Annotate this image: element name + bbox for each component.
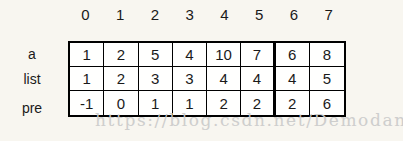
array-table: 12541076812334445-10112226 — [68, 41, 346, 117]
row-label: a — [10, 41, 54, 66]
table-cell: 5 — [310, 67, 344, 91]
column-index: 3 — [172, 6, 207, 24]
table-cell: 3 — [139, 67, 173, 91]
column-index: 1 — [103, 6, 138, 24]
column-index: 2 — [138, 6, 173, 24]
table-cell: 5 — [139, 43, 173, 67]
column-index: 0 — [68, 6, 103, 24]
table-cell: 1 — [70, 67, 104, 91]
table-cell: 3 — [173, 67, 207, 91]
table-cell: 4 — [207, 67, 241, 91]
column-index: 6 — [277, 6, 312, 24]
row-label: pre — [10, 96, 54, 121]
table-cell: 6 — [276, 43, 310, 67]
table-cell: 2 — [104, 43, 138, 67]
table-cell: 4 — [173, 43, 207, 67]
column-index: 7 — [311, 6, 346, 24]
row-label-column: alistpre — [10, 41, 54, 117]
table-cell: 1 — [70, 43, 104, 67]
table-cell: 2 — [104, 67, 138, 91]
column-index: 5 — [242, 6, 277, 24]
table-cell: 8 — [310, 43, 344, 67]
table-cell: 7 — [241, 43, 275, 67]
watermark-text: https://blog.csdn.net/Demodan — [95, 110, 403, 130]
column-index: 4 — [207, 6, 242, 24]
row-label: list — [10, 66, 54, 91]
table-cell: 10 — [207, 43, 241, 67]
table-cell: 4 — [276, 67, 310, 91]
table-cell: 4 — [241, 67, 275, 91]
array-diagram-canvas: 01234567 alistpre 12541076812334445-1011… — [0, 0, 403, 141]
column-index-row: 01234567 — [68, 6, 346, 24]
